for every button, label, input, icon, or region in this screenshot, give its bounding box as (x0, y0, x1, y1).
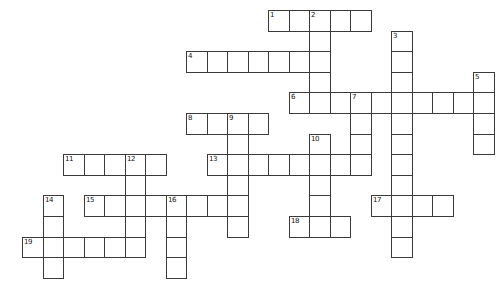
cell-r7c4[interactable] (104, 154, 126, 176)
cell-r10c18[interactable] (391, 216, 413, 238)
cell-r8c14[interactable] (309, 175, 331, 196)
cell-r12c1[interactable] (43, 257, 64, 279)
cell-r7c9[interactable]: 13 (207, 154, 228, 176)
cell-r7c5[interactable]: 12 (125, 154, 146, 176)
clue-number: 9 (229, 114, 233, 123)
cell-r10c7[interactable] (166, 216, 187, 238)
cell-r9c6[interactable] (145, 195, 167, 217)
cell-r7c12[interactable] (268, 154, 290, 176)
clue-number: 14 (45, 196, 53, 205)
cell-r0c14[interactable]: 2 (309, 10, 331, 32)
cell-r2c11[interactable] (248, 51, 269, 73)
cell-r7c6[interactable] (145, 154, 167, 176)
cell-r0c16[interactable] (350, 10, 372, 32)
cell-r11c5[interactable] (125, 237, 146, 258)
cell-r2c13[interactable] (289, 51, 310, 73)
clue-number: 12 (127, 155, 135, 164)
cell-r5c11[interactable] (248, 113, 269, 135)
cell-r9c17[interactable]: 17 (371, 195, 392, 217)
cell-r6c10[interactable] (227, 134, 249, 155)
cell-r0c12[interactable]: 1 (268, 10, 290, 32)
cell-r12c7[interactable] (166, 257, 187, 279)
cell-r6c16[interactable] (350, 134, 372, 155)
cell-r2c12[interactable] (268, 51, 290, 73)
cell-r7c15[interactable] (330, 154, 351, 176)
cell-r4c18[interactable] (391, 92, 413, 114)
cell-r2c10[interactable] (227, 51, 249, 73)
cell-r10c15[interactable] (330, 216, 351, 238)
cell-r8c10[interactable] (227, 175, 249, 196)
cell-r5c9[interactable] (207, 113, 228, 135)
cell-r9c19[interactable] (412, 195, 433, 217)
cell-r9c20[interactable] (432, 195, 454, 217)
cell-r5c10[interactable]: 9 (227, 113, 249, 135)
cell-r10c5[interactable] (125, 216, 146, 238)
cell-r9c10[interactable] (227, 195, 249, 217)
cell-r9c4[interactable] (104, 195, 126, 217)
cell-r11c3[interactable] (84, 237, 105, 258)
cell-r1c14[interactable] (309, 31, 331, 52)
cell-r10c1[interactable] (43, 216, 64, 238)
cell-r9c5[interactable] (125, 195, 146, 217)
cell-r9c3[interactable]: 15 (84, 195, 105, 217)
cell-r11c7[interactable] (166, 237, 187, 258)
cell-r9c18[interactable] (391, 195, 413, 217)
cell-r3c14[interactable] (309, 72, 331, 93)
crossword-board: 12345678910111213141516171819 (0, 0, 500, 298)
cell-r11c2[interactable] (63, 237, 85, 258)
cell-r9c9[interactable] (207, 195, 228, 217)
cell-r11c1[interactable] (43, 237, 64, 258)
cell-r7c16[interactable] (350, 154, 372, 176)
cell-r5c22[interactable] (473, 113, 495, 135)
cell-r2c9[interactable] (207, 51, 228, 73)
clue-number: 13 (209, 155, 217, 164)
clue-number: 15 (86, 196, 94, 205)
cell-r7c11[interactable] (248, 154, 269, 176)
cell-r4c20[interactable] (432, 92, 454, 114)
clue-number: 10 (311, 135, 319, 144)
cell-r8c5[interactable] (125, 175, 146, 196)
clue-number: 1 (270, 11, 274, 20)
cell-r7c13[interactable] (289, 154, 310, 176)
clue-number: 2 (311, 11, 315, 20)
cell-r4c13[interactable]: 6 (289, 92, 310, 114)
clue-number: 7 (352, 93, 356, 102)
clue-number: 17 (373, 196, 381, 205)
cell-r9c1[interactable]: 14 (43, 195, 64, 217)
cell-r6c14[interactable]: 10 (309, 134, 331, 155)
clue-number: 3 (393, 32, 397, 41)
cell-r4c15[interactable] (330, 92, 351, 114)
cell-r4c21[interactable] (453, 92, 474, 114)
cell-r3c18[interactable] (391, 72, 413, 93)
clue-number: 6 (291, 93, 295, 102)
crossword-page: 12345678910111213141516171819 (0, 0, 500, 298)
cell-r4c16[interactable]: 7 (350, 92, 372, 114)
clue-number: 18 (291, 217, 299, 226)
clue-number: 8 (188, 114, 192, 123)
clue-number: 19 (24, 238, 32, 247)
cell-r5c8[interactable]: 8 (186, 113, 208, 135)
cell-r0c15[interactable] (330, 10, 351, 32)
cell-r3c22[interactable]: 5 (473, 72, 495, 93)
cell-r7c3[interactable] (84, 154, 105, 176)
cell-r6c22[interactable] (473, 134, 495, 155)
cell-r11c18[interactable] (391, 237, 413, 258)
cell-r4c17[interactable] (371, 92, 392, 114)
cell-r7c18[interactable] (391, 154, 413, 176)
cell-r8c18[interactable] (391, 175, 413, 196)
cell-r9c7[interactable]: 16 (166, 195, 187, 217)
cell-r10c10[interactable] (227, 216, 249, 238)
clue-number: 11 (65, 155, 73, 164)
cell-r4c14[interactable] (309, 92, 331, 114)
cell-r7c14[interactable] (309, 154, 331, 176)
cell-r1c18[interactable]: 3 (391, 31, 413, 52)
cell-r9c8[interactable] (186, 195, 208, 217)
cell-r9c14[interactable] (309, 195, 331, 217)
cell-r10c13[interactable]: 18 (289, 216, 310, 238)
cell-r2c8[interactable]: 4 (186, 51, 208, 73)
clue-number: 4 (188, 52, 192, 61)
clue-number: 16 (168, 196, 176, 205)
cell-r5c16[interactable] (350, 113, 372, 135)
clue-number: 5 (475, 73, 479, 82)
cell-r6c18[interactable] (391, 134, 413, 155)
cell-r2c14[interactable] (309, 51, 331, 73)
cell-r4c22[interactable] (473, 92, 495, 114)
cell-r10c14[interactable] (309, 216, 331, 238)
cell-r11c4[interactable] (104, 237, 126, 258)
cell-r11c0[interactable]: 19 (22, 237, 44, 258)
cell-r0c13[interactable] (289, 10, 310, 32)
cell-r2c18[interactable] (391, 51, 413, 73)
cell-r4c19[interactable] (412, 92, 433, 114)
cell-r7c10[interactable] (227, 154, 249, 176)
cell-r7c2[interactable]: 11 (63, 154, 85, 176)
cell-r5c18[interactable] (391, 113, 413, 135)
